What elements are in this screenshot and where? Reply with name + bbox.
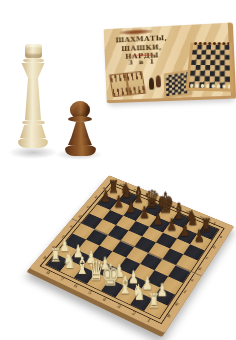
board-coordinate: g xyxy=(174,300,180,306)
board-coordinate: 3 xyxy=(116,303,122,309)
board-coordinate: a xyxy=(219,234,224,239)
board-coordinate: 4 xyxy=(102,296,108,302)
board-coordinate: f xyxy=(183,289,188,294)
black-pawn[interactable]: ♟ xyxy=(140,205,150,221)
board-coordinate: e xyxy=(190,277,196,283)
board-coordinate: h xyxy=(42,255,48,260)
black-pawn[interactable]: ♟ xyxy=(127,199,137,215)
mini-pawn-icon xyxy=(156,75,161,87)
white-rook[interactable]: ♜ xyxy=(148,291,160,311)
board-coordinate: d xyxy=(197,266,203,271)
king-shoulder xyxy=(21,63,46,78)
product-photo: ШАХМАТЫ, ШАШКИ, НАРДЫ деревянные 3 в 1 xyxy=(0,0,236,340)
board-deck: ♜♞♝♛♚♝♞♜♟♟♟♟♟♟♟♟♟♟♟♟♟♟♟♟♜♞♝♛♚♝♞♜ 8877665… xyxy=(29,175,234,333)
board-coordinate: 2 xyxy=(131,310,137,316)
black-pawn[interactable]: ♟ xyxy=(114,194,124,210)
white-rook[interactable]: ♜ xyxy=(50,246,62,265)
chess-board-image xyxy=(185,43,233,92)
board-coordinate: b xyxy=(94,195,100,200)
board-coordinate: 1 xyxy=(212,221,217,226)
board-coordinate: 8 xyxy=(46,269,52,275)
mini-white-pieces xyxy=(189,82,231,92)
pawn-flare xyxy=(68,138,92,145)
black-pawn[interactable]: ♟ xyxy=(194,228,204,245)
mini-black-pieces xyxy=(193,41,229,48)
box-badge-3in1: 3 в 1 xyxy=(108,57,177,68)
board-coordinate: h xyxy=(166,313,172,319)
board-field: ♜♞♝♛♚♝♞♜♟♟♟♟♟♟♟♟♟♟♟♟♟♟♟♟♜♞♝♛♚♝♞♜ xyxy=(45,185,220,319)
black-pawn[interactable]: ♟ xyxy=(101,189,111,205)
pawn-collar xyxy=(68,116,92,122)
white-knight[interactable]: ♞ xyxy=(62,250,75,272)
black-pawn[interactable]: ♟ xyxy=(180,222,190,239)
square[interactable] xyxy=(154,259,176,276)
king-crown xyxy=(25,44,42,58)
black-pawn[interactable]: ♟ xyxy=(167,216,177,233)
board-coordinate: b xyxy=(212,244,217,249)
black-pawn[interactable]: ♟ xyxy=(153,210,163,227)
board-coordinate: c xyxy=(205,255,210,260)
board-coordinate: e xyxy=(69,224,75,229)
backgammon-panel xyxy=(127,72,145,94)
pawn-base xyxy=(65,145,96,156)
chess-board: ♜♞♝♛♚♝♞♜♟♟♟♟♟♟♟♟♟♟♟♟♟♟♟♟♜♞♝♛♚♝♞♜ 8877665… xyxy=(26,175,234,337)
board-coordinate: 1 xyxy=(146,317,152,323)
king-neck xyxy=(23,58,44,63)
mini-pawn-icon xyxy=(149,78,154,90)
king-body xyxy=(24,78,43,120)
loose-brown-pawn-piece[interactable] xyxy=(60,101,100,158)
product-box: ШАХМАТЫ, ШАШКИ, НАРДЫ деревянные 3 в 1 xyxy=(104,23,232,103)
backgammon-panel xyxy=(110,74,128,96)
white-knight[interactable]: ♞ xyxy=(132,282,146,304)
board-coordinate: d xyxy=(77,214,83,219)
white-bishop[interactable]: ♝ xyxy=(117,273,132,297)
pawn-body xyxy=(70,122,90,138)
king-base xyxy=(18,138,48,148)
board-coordinate: 7 xyxy=(59,276,65,282)
board-coordinate: 5 xyxy=(87,289,93,295)
board-coordinate: c xyxy=(86,204,91,209)
loose-white-king-piece[interactable] xyxy=(16,44,50,154)
king-ring xyxy=(22,120,45,125)
backgammon-board-image xyxy=(109,71,146,97)
king-flare xyxy=(20,125,46,138)
board-coordinate: 6 xyxy=(73,282,79,288)
